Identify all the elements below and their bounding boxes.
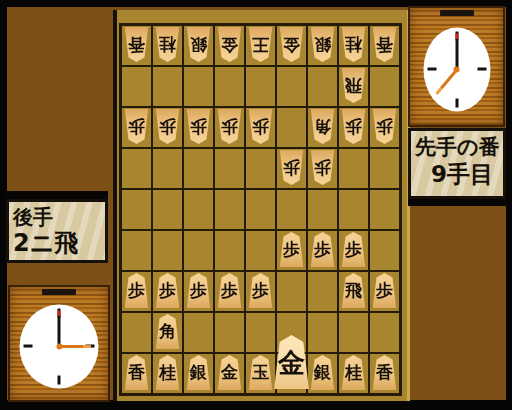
board-cell[interactable] — [121, 189, 152, 230]
board-cell[interactable] — [183, 230, 214, 271]
board-cell[interactable] — [183, 148, 214, 189]
board-cell[interactable] — [245, 66, 276, 107]
board-cell[interactable] — [183, 25, 214, 66]
upper-clock-orange-hand — [435, 68, 458, 94]
board-cell[interactable] — [369, 107, 400, 148]
board-cell[interactable] — [214, 148, 245, 189]
board-cell[interactable] — [245, 353, 276, 394]
clock-brand-plate-icon — [42, 289, 76, 295]
upper-clock-face — [423, 27, 490, 111]
lower-clock-face — [20, 304, 99, 388]
board-cell[interactable] — [307, 312, 338, 353]
board-cell[interactable] — [214, 353, 245, 394]
board-cell[interactable] — [369, 353, 400, 394]
turn-label: 先手の番 — [415, 133, 499, 161]
panel-shadow — [6, 191, 108, 199]
tick-6-icon — [58, 375, 61, 384]
board-cell[interactable] — [369, 25, 400, 66]
last-move-side-label: 後手 — [13, 204, 101, 230]
board-cell[interactable] — [152, 353, 183, 394]
board-cell[interactable] — [214, 66, 245, 107]
board-cell[interactable] — [245, 148, 276, 189]
board-cell[interactable] — [121, 148, 152, 189]
board-cell[interactable] — [369, 148, 400, 189]
board-cell[interactable] — [307, 148, 338, 189]
panel-shadow — [408, 199, 506, 206]
board-cell[interactable] — [121, 353, 152, 394]
board-cell[interactable] — [307, 271, 338, 312]
board-cell[interactable] — [369, 271, 400, 312]
tick-9-icon — [427, 68, 436, 71]
board-cell[interactable] — [245, 312, 276, 353]
board-cell[interactable] — [369, 66, 400, 107]
board-cell[interactable] — [121, 66, 152, 107]
board-cell[interactable] — [121, 271, 152, 312]
board-cell[interactable] — [152, 148, 183, 189]
turn-indicator-panel: 先手の番 9手目 — [408, 128, 506, 199]
upper-clock-black-hand — [455, 33, 458, 69]
board-cell[interactable] — [338, 189, 369, 230]
tick-3-icon — [477, 68, 486, 71]
board-cell[interactable] — [121, 230, 152, 271]
board-cell[interactable] — [276, 66, 307, 107]
board-cell[interactable] — [245, 25, 276, 66]
clock-center-pin-icon — [454, 66, 460, 72]
board-cell[interactable] — [183, 107, 214, 148]
board-cell[interactable] — [183, 353, 214, 394]
board-cell[interactable] — [245, 189, 276, 230]
board-cell[interactable] — [338, 230, 369, 271]
board-cell[interactable] — [152, 25, 183, 66]
board-cell[interactable] — [307, 107, 338, 148]
board-cell[interactable] — [183, 66, 214, 107]
lower-clock-black-hand — [58, 310, 61, 346]
board-cell[interactable] — [276, 312, 307, 353]
board-cell[interactable] — [369, 230, 400, 271]
board-cell[interactable] — [276, 148, 307, 189]
board-cell[interactable] — [307, 189, 338, 230]
board-cell[interactable] — [152, 230, 183, 271]
clock-brand-plate-icon — [440, 10, 474, 16]
lower-clock-orange-hand — [59, 345, 91, 348]
board-cell[interactable] — [276, 230, 307, 271]
lower-clock — [8, 285, 110, 402]
board-cell[interactable] — [276, 271, 307, 312]
board-cell[interactable] — [276, 189, 307, 230]
board-cell[interactable] — [183, 189, 214, 230]
board-cell[interactable] — [214, 189, 245, 230]
board-cell[interactable] — [338, 107, 369, 148]
board-cell[interactable] — [245, 230, 276, 271]
board-cell[interactable] — [152, 312, 183, 353]
board-cell[interactable] — [338, 312, 369, 353]
board-cell[interactable] — [121, 107, 152, 148]
board-cell[interactable] — [338, 353, 369, 394]
last-move-panel: 後手 2ニ飛 — [6, 199, 108, 263]
board-cell[interactable] — [307, 66, 338, 107]
last-move-label: 2ニ飛 — [13, 230, 101, 256]
board-cell[interactable] — [307, 230, 338, 271]
board-cell[interactable] — [338, 66, 369, 107]
board-cell[interactable] — [307, 25, 338, 66]
board-cell[interactable] — [183, 271, 214, 312]
board-cell[interactable] — [214, 230, 245, 271]
board-cell[interactable] — [152, 107, 183, 148]
tick-9-icon — [24, 345, 33, 348]
board-cell[interactable] — [245, 107, 276, 148]
upper-clock — [408, 6, 505, 127]
clock-center-pin-icon — [56, 343, 62, 349]
board-cell[interactable] — [121, 25, 152, 66]
board-cell[interactable] — [214, 271, 245, 312]
board-grid — [119, 23, 402, 396]
tick-6-icon — [455, 98, 458, 107]
board-cell[interactable] — [152, 271, 183, 312]
shogi-board: 香桂銀金王金銀桂香飛歩歩歩歩歩角歩歩歩歩歩歩歩歩歩歩歩歩飛歩角香桂銀金玉金銀桂香 — [113, 10, 410, 401]
board-cell[interactable] — [214, 107, 245, 148]
board-cell[interactable] — [369, 189, 400, 230]
board-cell[interactable] — [245, 271, 276, 312]
board-cell[interactable] — [276, 107, 307, 148]
board-cell[interactable] — [214, 312, 245, 353]
board-cell[interactable] — [307, 353, 338, 394]
board-cell[interactable] — [214, 25, 245, 66]
board-cell[interactable] — [276, 25, 307, 66]
board-cell[interactable] — [121, 312, 152, 353]
board-cell[interactable] — [152, 189, 183, 230]
board-cell[interactable] — [338, 271, 369, 312]
board-cell[interactable] — [369, 312, 400, 353]
board-cell[interactable] — [276, 353, 307, 394]
move-number-label: 9手目 — [415, 161, 499, 189]
board-cell[interactable] — [338, 25, 369, 66]
board-cell[interactable] — [152, 66, 183, 107]
board-cell[interactable] — [338, 148, 369, 189]
board-cell[interactable] — [183, 312, 214, 353]
